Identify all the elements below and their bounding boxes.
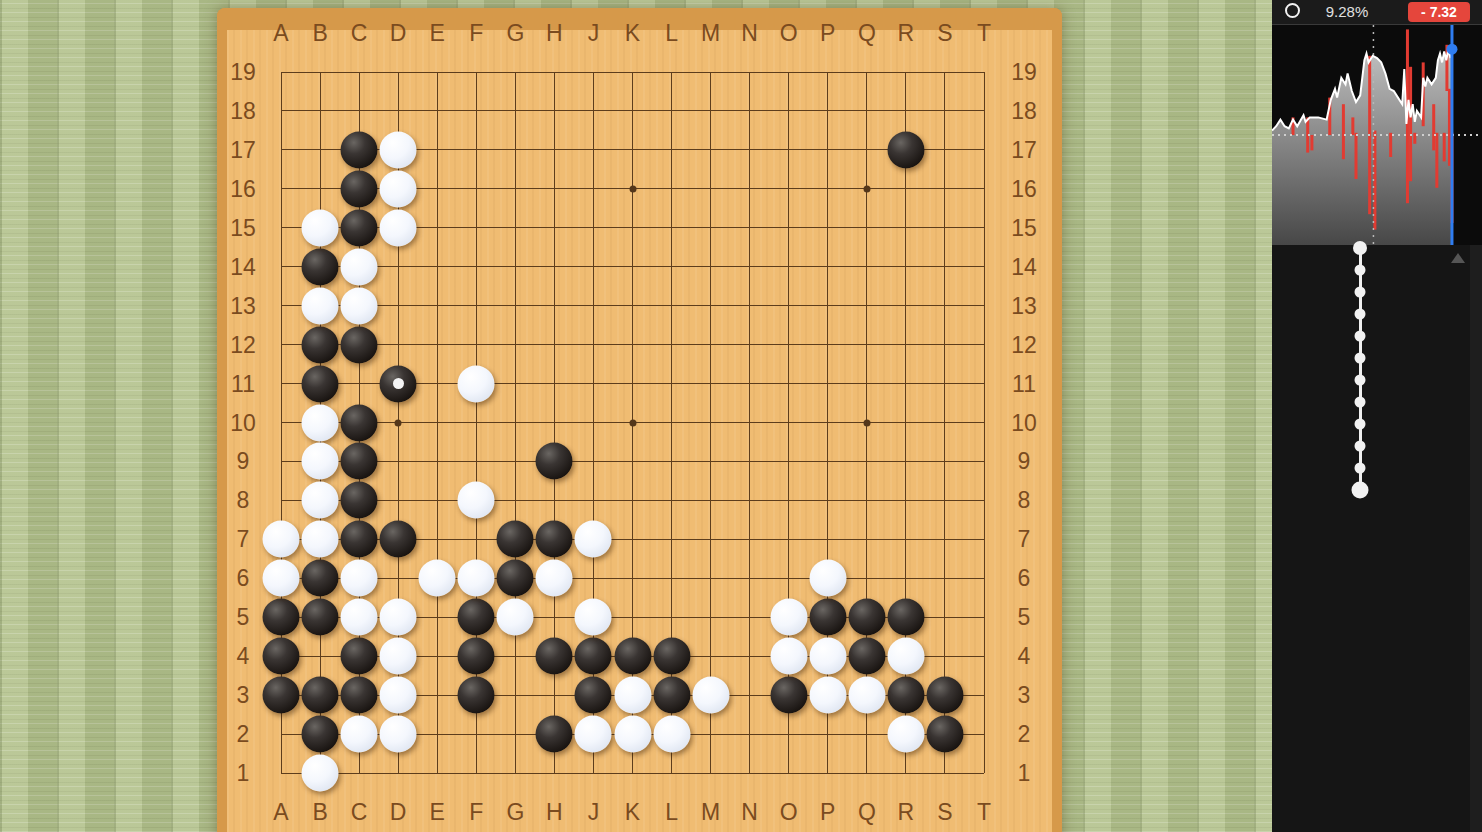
coord-label: P: [820, 801, 835, 824]
white-stone: [341, 599, 378, 636]
coord-label: R: [898, 22, 915, 45]
star-point: [863, 185, 870, 192]
white-stone: [302, 443, 339, 480]
black-stone: [341, 638, 378, 675]
white-stone: [536, 560, 573, 597]
coord-label: 11: [231, 372, 255, 395]
coord-label: 19: [230, 61, 256, 84]
coord-label: 19: [1011, 61, 1037, 84]
coord-label: H: [546, 801, 563, 824]
coord-label: O: [780, 22, 798, 45]
star-point: [863, 419, 870, 426]
black-stone: [770, 677, 807, 714]
white-stone: [341, 248, 378, 285]
move-node[interactable]: [1355, 463, 1366, 474]
white-stone: [419, 560, 456, 597]
white-stone: [614, 677, 651, 714]
coord-label: J: [588, 22, 600, 45]
white-stone: [458, 560, 495, 597]
coord-label: 12: [1011, 333, 1037, 356]
coord-label: N: [741, 801, 758, 824]
grid-line: [749, 72, 750, 773]
white-stone: [380, 716, 417, 753]
move-node[interactable]: [1355, 419, 1366, 430]
winrate-graph[interactable]: [1272, 25, 1482, 245]
black-stone: [653, 638, 690, 675]
coord-label: 18: [230, 99, 256, 122]
coord-label: 6: [1018, 567, 1031, 590]
white-stone: [380, 209, 417, 246]
coord-label: K: [625, 22, 640, 45]
white-stone: [341, 716, 378, 753]
move-tree[interactable]: [1272, 245, 1482, 832]
coord-label: E: [430, 801, 445, 824]
coord-label: 5: [1018, 606, 1031, 629]
coord-label: P: [820, 22, 835, 45]
white-stone: [302, 482, 339, 519]
black-stone: [302, 326, 339, 363]
white-stone: [341, 560, 378, 597]
tree-scrollbar-track[interactable]: [1470, 245, 1482, 832]
coord-label: 13: [1011, 294, 1037, 317]
coord-label: 12: [230, 333, 256, 356]
coord-label: A: [273, 22, 288, 45]
move-node[interactable]: [1355, 441, 1366, 452]
coord-label: B: [312, 22, 327, 45]
coord-label: C: [351, 801, 368, 824]
move-node[interactable]: [1355, 353, 1366, 364]
move-node[interactable]: [1355, 331, 1366, 342]
winrate-value: 9.28%: [1272, 3, 1422, 20]
coord-label: 2: [1018, 723, 1031, 746]
white-stone: [653, 716, 690, 753]
white-stone: [341, 287, 378, 324]
white-stone: [809, 560, 846, 597]
coord-label: 8: [1018, 489, 1031, 512]
coord-label: 5: [237, 606, 250, 629]
white-stone: [263, 560, 300, 597]
grid-line: [281, 578, 984, 579]
coord-label: F: [469, 22, 483, 45]
coord-label: T: [977, 801, 991, 824]
black-stone: [341, 404, 378, 441]
black-stone: [887, 131, 924, 168]
white-stone: [614, 716, 651, 753]
white-stone: [770, 638, 807, 675]
coord-label: 11: [1012, 372, 1036, 395]
coord-label: G: [506, 801, 524, 824]
black-stone: [458, 638, 495, 675]
white-stone: [575, 599, 612, 636]
coord-label: 17: [1011, 138, 1037, 161]
white-stone: [692, 677, 729, 714]
coord-label: L: [665, 801, 678, 824]
black-stone: [263, 638, 300, 675]
grid-line: [984, 72, 985, 773]
board-grid[interactable]: [281, 72, 984, 773]
black-stone: [341, 131, 378, 168]
black-stone: [848, 638, 885, 675]
coord-label: 10: [230, 411, 256, 434]
coord-label: 16: [1011, 177, 1037, 200]
grid-line: [710, 72, 711, 773]
white-stone: [458, 365, 495, 402]
star-point: [629, 185, 636, 192]
black-stone: [341, 443, 378, 480]
move-node[interactable]: [1355, 287, 1366, 298]
black-stone: [302, 716, 339, 753]
black-stone: [341, 209, 378, 246]
go-app-screen: AABBCCDDEEFFGGHHJJKKLLMMNNOOPPQQRRSSTT19…: [0, 0, 1482, 832]
black-stone: [302, 560, 339, 597]
move-node[interactable]: [1355, 265, 1366, 276]
coord-label: D: [390, 801, 407, 824]
move-node[interactable]: [1353, 241, 1367, 255]
analysis-header: 9.28% - 7.32: [1272, 0, 1482, 25]
coord-label: Q: [858, 801, 876, 824]
black-stone: [263, 599, 300, 636]
current-move-dot: [1446, 44, 1457, 55]
last-move-marker: [393, 378, 404, 389]
coord-label: J: [588, 801, 600, 824]
black-stone: [887, 677, 924, 714]
white-stone: [770, 599, 807, 636]
coord-label: 13: [230, 294, 256, 317]
white-stone: [887, 716, 924, 753]
black-stone: [341, 521, 378, 558]
coord-label: 7: [237, 528, 250, 551]
coord-label: O: [780, 801, 798, 824]
white-stone: [575, 716, 612, 753]
black-stone: [536, 638, 573, 675]
coord-label: N: [741, 22, 758, 45]
black-stone: [536, 443, 573, 480]
black-stone: [614, 638, 651, 675]
black-stone: [302, 677, 339, 714]
move-node[interactable]: [1355, 309, 1366, 320]
coord-label: 10: [1011, 411, 1037, 434]
black-stone: [380, 521, 417, 558]
coord-label: M: [701, 22, 720, 45]
scroll-up-arrow-icon[interactable]: [1451, 253, 1465, 263]
coord-label: Q: [858, 22, 876, 45]
coord-label: 6: [237, 567, 250, 590]
white-stone: [380, 599, 417, 636]
grid-line: [281, 773, 984, 774]
black-stone: [341, 482, 378, 519]
coord-label: R: [898, 801, 915, 824]
black-stone: [380, 365, 417, 402]
black-stone: [341, 170, 378, 207]
black-stone: [848, 599, 885, 636]
coord-label: A: [273, 801, 288, 824]
black-stone: [497, 521, 534, 558]
coord-label: K: [625, 801, 640, 824]
black-stone: [926, 677, 963, 714]
grid-line: [281, 500, 984, 501]
coord-label: M: [701, 801, 720, 824]
coord-label: 9: [1018, 450, 1031, 473]
grid-line: [281, 461, 984, 462]
star-point: [629, 419, 636, 426]
white-stone: [302, 521, 339, 558]
coord-label: 15: [230, 216, 256, 239]
black-stone: [302, 599, 339, 636]
coord-label: S: [937, 801, 952, 824]
white-stone: [848, 677, 885, 714]
white-stone: [302, 755, 339, 792]
coord-label: 3: [237, 684, 250, 707]
white-stone: [302, 287, 339, 324]
coord-label: F: [469, 801, 483, 824]
coord-label: B: [312, 801, 327, 824]
grid-line: [944, 72, 945, 773]
coord-label: 16: [230, 177, 256, 200]
black-stone: [653, 677, 690, 714]
white-stone: [458, 482, 495, 519]
white-stone: [497, 599, 534, 636]
score-lead-badge: - 7.32: [1408, 2, 1470, 22]
coord-label: 3: [1018, 684, 1031, 707]
white-stone: [263, 521, 300, 558]
black-stone: [575, 677, 612, 714]
coord-label: 17: [230, 138, 256, 161]
black-stone: [341, 677, 378, 714]
move-node[interactable]: [1352, 482, 1369, 499]
white-stone: [887, 638, 924, 675]
coord-label: 1: [1018, 762, 1031, 785]
black-stone: [575, 638, 612, 675]
white-stone: [380, 131, 417, 168]
coord-label: 8: [237, 489, 250, 512]
coord-label: D: [390, 22, 407, 45]
coord-label: 4: [1018, 645, 1031, 668]
coord-label: 2: [237, 723, 250, 746]
tree-branch-line: [1359, 248, 1362, 490]
move-node[interactable]: [1355, 397, 1366, 408]
coord-label: G: [506, 22, 524, 45]
white-stone: [380, 170, 417, 207]
coord-label: 14: [1011, 255, 1037, 278]
coord-label: E: [430, 22, 445, 45]
white-stone: [302, 209, 339, 246]
star-point: [395, 419, 402, 426]
black-stone: [887, 599, 924, 636]
black-stone: [458, 677, 495, 714]
winrate-graph-svg: [1272, 25, 1482, 245]
coord-label: 15: [1011, 216, 1037, 239]
black-stone: [536, 716, 573, 753]
white-stone: [302, 404, 339, 441]
black-stone: [926, 716, 963, 753]
coord-label: 4: [237, 645, 250, 668]
black-stone: [302, 365, 339, 402]
black-stone: [302, 248, 339, 285]
coord-label: 14: [230, 255, 256, 278]
coord-label: 1: [237, 762, 250, 785]
black-stone: [263, 677, 300, 714]
black-stone: [458, 599, 495, 636]
black-stone: [809, 599, 846, 636]
coord-label: 9: [237, 450, 250, 473]
coord-label: C: [351, 22, 368, 45]
coord-label: S: [937, 22, 952, 45]
coord-label: L: [665, 22, 678, 45]
white-stone: [380, 677, 417, 714]
white-stone: [809, 677, 846, 714]
black-stone: [536, 521, 573, 558]
black-stone: [497, 560, 534, 597]
white-stone: [575, 521, 612, 558]
analysis-panel: 9.28% - 7.32: [1272, 0, 1482, 832]
white-stone: [380, 638, 417, 675]
coord-label: 7: [1018, 528, 1031, 551]
black-stone: [341, 326, 378, 363]
move-node[interactable]: [1355, 375, 1366, 386]
coord-label: H: [546, 22, 563, 45]
coord-label: T: [977, 22, 991, 45]
white-stone: [809, 638, 846, 675]
coord-label: 18: [1011, 99, 1037, 122]
